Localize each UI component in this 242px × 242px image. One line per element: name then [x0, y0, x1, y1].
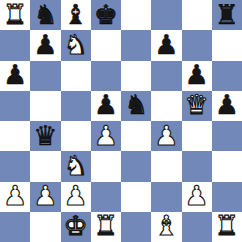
square-a6[interactable]: ♟ [0, 61, 30, 91]
piece-white-pawn: ♟ [33, 182, 57, 209]
square-d6[interactable] [91, 61, 121, 91]
square-g8[interactable] [182, 0, 212, 30]
square-a2[interactable]: ♟ [0, 182, 30, 212]
square-e2[interactable] [121, 182, 151, 212]
piece-white-king: ♚ [64, 212, 88, 239]
square-e1[interactable] [121, 212, 151, 242]
square-d1[interactable]: ♜ [91, 212, 121, 242]
square-h8[interactable]: ♜ [212, 0, 242, 30]
square-b2[interactable]: ♟ [30, 182, 60, 212]
piece-white-knight: ♞ [64, 152, 88, 179]
square-c5[interactable] [61, 91, 91, 121]
square-g6[interactable]: ♟ [182, 61, 212, 91]
square-a8[interactable]: ♜ [0, 0, 30, 30]
square-b3[interactable] [30, 151, 60, 181]
square-b8[interactable]: ♞ [30, 0, 60, 30]
piece-white-rook: ♜ [215, 212, 239, 239]
square-f1[interactable]: ♝ [151, 212, 181, 242]
square-e5[interactable]: ♞ [121, 91, 151, 121]
piece-white-pawn: ♟ [185, 182, 209, 209]
square-c8[interactable]: ♝ [61, 0, 91, 30]
square-c6[interactable] [61, 61, 91, 91]
square-h3[interactable] [212, 151, 242, 181]
square-f3[interactable] [151, 151, 181, 181]
square-d4[interactable]: ♟ [91, 121, 121, 151]
piece-black-knight: ♞ [33, 1, 57, 28]
square-b5[interactable] [30, 91, 60, 121]
square-g2[interactable]: ♟ [182, 182, 212, 212]
piece-white-knight: ♞ [64, 31, 88, 58]
piece-white-pawn: ♟ [154, 122, 178, 149]
piece-white-pawn: ♟ [3, 182, 27, 209]
square-h1[interactable]: ♜ [212, 212, 242, 242]
square-d3[interactable] [91, 151, 121, 181]
piece-black-pawn: ♟ [33, 31, 57, 58]
square-a3[interactable] [0, 151, 30, 181]
piece-white-bishop: ♝ [154, 212, 178, 239]
square-b6[interactable] [30, 61, 60, 91]
square-e8[interactable] [121, 0, 151, 30]
square-b4[interactable]: ♛ [30, 121, 60, 151]
square-c3[interactable]: ♞ [61, 151, 91, 181]
square-g7[interactable] [182, 30, 212, 60]
piece-white-rook: ♜ [94, 212, 118, 239]
square-c4[interactable] [61, 121, 91, 151]
piece-black-pawn: ♟ [185, 61, 209, 88]
square-b1[interactable] [30, 212, 60, 242]
square-f7[interactable]: ♟ [151, 30, 181, 60]
square-a4[interactable] [0, 121, 30, 151]
piece-black-rook: ♜ [215, 1, 239, 28]
square-a7[interactable] [0, 30, 30, 60]
square-a5[interactable] [0, 91, 30, 121]
square-c1[interactable]: ♚ [61, 212, 91, 242]
piece-black-king: ♚ [94, 1, 118, 28]
square-e7[interactable] [121, 30, 151, 60]
square-d7[interactable] [91, 30, 121, 60]
square-f4[interactable]: ♟ [151, 121, 181, 151]
square-h5[interactable]: ♟ [212, 91, 242, 121]
chess-board: ♜♞♝♚♜♟♞♟♟♟♟♞♛♟♛♟♟♞♟♟♟♟♚♜♝♜ [0, 0, 242, 242]
square-h4[interactable] [212, 121, 242, 151]
piece-white-pawn: ♟ [94, 122, 118, 149]
square-d5[interactable]: ♟ [91, 91, 121, 121]
piece-black-bishop: ♝ [64, 1, 88, 28]
square-f2[interactable] [151, 182, 181, 212]
piece-black-pawn: ♟ [215, 91, 239, 118]
square-h7[interactable] [212, 30, 242, 60]
square-f5[interactable] [151, 91, 181, 121]
square-a1[interactable] [0, 212, 30, 242]
square-d2[interactable] [91, 182, 121, 212]
piece-black-pawn: ♟ [94, 91, 118, 118]
square-g5[interactable]: ♛ [182, 91, 212, 121]
square-f8[interactable] [151, 0, 181, 30]
square-g3[interactable] [182, 151, 212, 181]
square-g4[interactable] [182, 121, 212, 151]
square-c7[interactable]: ♞ [61, 30, 91, 60]
piece-black-queen: ♛ [33, 122, 57, 149]
square-h2[interactable] [212, 182, 242, 212]
square-b7[interactable]: ♟ [30, 30, 60, 60]
piece-black-pawn: ♟ [154, 31, 178, 58]
piece-white-pawn: ♟ [64, 182, 88, 209]
square-e3[interactable] [121, 151, 151, 181]
piece-black-knight: ♞ [124, 91, 148, 118]
piece-white-queen: ♛ [185, 91, 209, 118]
square-e6[interactable] [121, 61, 151, 91]
piece-black-pawn: ♟ [3, 61, 27, 88]
square-h6[interactable] [212, 61, 242, 91]
square-e4[interactable] [121, 121, 151, 151]
piece-white-rook: ♜ [3, 1, 27, 28]
square-c2[interactable]: ♟ [61, 182, 91, 212]
square-f6[interactable] [151, 61, 181, 91]
square-g1[interactable] [182, 212, 212, 242]
square-d8[interactable]: ♚ [91, 0, 121, 30]
